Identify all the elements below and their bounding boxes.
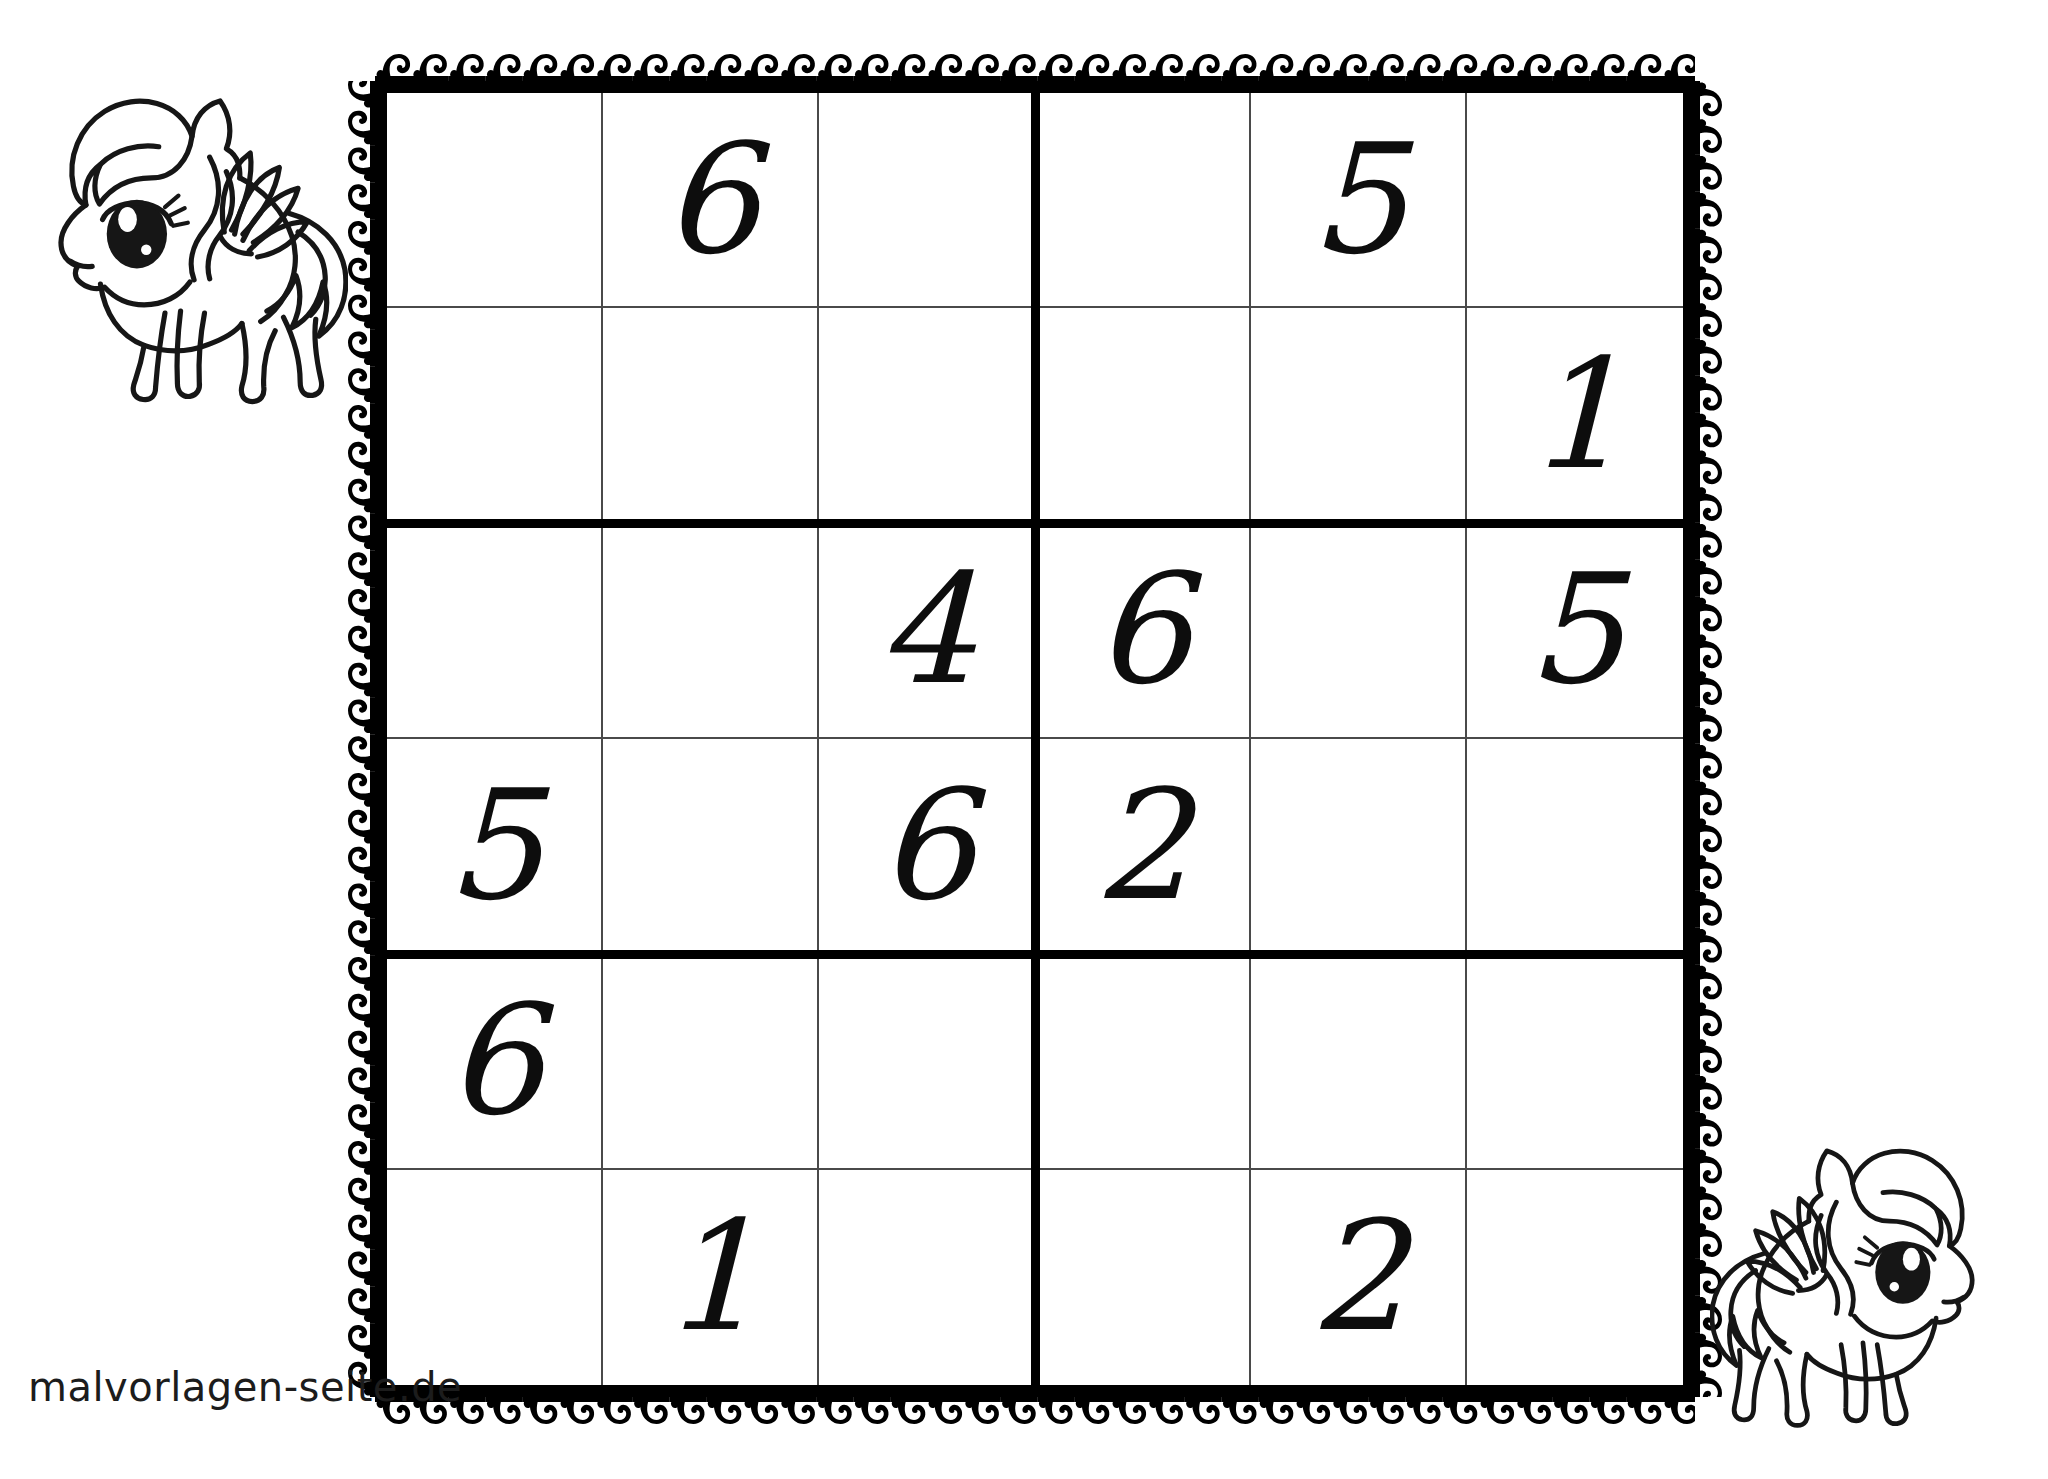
sudoku-cell-r1c4[interactable] (1035, 93, 1251, 308)
box-divider-horizontal-1 (387, 519, 1683, 528)
sudoku-board[interactable]: 651465562612 (387, 93, 1683, 1385)
sudoku-cell-r1c6[interactable] (1467, 93, 1683, 308)
sudoku-cell-r6c6[interactable] (1467, 1170, 1683, 1385)
sudoku-cell-r1c3[interactable] (819, 93, 1035, 308)
pony-top-left-illustration (36, 78, 348, 411)
sudoku-cell-r4c6[interactable] (1467, 739, 1683, 954)
sudoku-cell-r4c5[interactable] (1251, 739, 1467, 954)
sudoku-cell-r5c4[interactable] (1035, 954, 1251, 1169)
sudoku-cell-r2c3[interactable] (819, 308, 1035, 523)
sudoku-cell-r4c4[interactable]: 2 (1035, 739, 1251, 954)
sudoku-cell-r6c1[interactable] (387, 1170, 603, 1385)
sudoku-cell-r6c3[interactable] (819, 1170, 1035, 1385)
box-divider-horizontal-2 (387, 950, 1683, 959)
sudoku-cell-r1c1[interactable] (387, 93, 603, 308)
sudoku-cell-r6c4[interactable] (1035, 1170, 1251, 1385)
sudoku-cell-r3c5[interactable] (1251, 524, 1467, 739)
coloring-page: 651465562612 malvorlagen-seite.de (0, 0, 2048, 1479)
site-watermark: malvorlagen-seite.de (28, 1364, 462, 1410)
sudoku-cell-r1c2[interactable]: 6 (603, 93, 819, 308)
sudoku-cell-r2c6[interactable]: 1 (1467, 308, 1683, 523)
sudoku-cell-r3c6[interactable]: 5 (1467, 524, 1683, 739)
sudoku-cell-r5c5[interactable] (1251, 954, 1467, 1169)
sudoku-cell-r4c3[interactable]: 6 (819, 739, 1035, 954)
sudoku-cell-r5c2[interactable] (603, 954, 819, 1169)
pony-bottom-right-illustration (1710, 1130, 1995, 1434)
sudoku-cell-r5c3[interactable] (819, 954, 1035, 1169)
sudoku-cell-r2c5[interactable] (1251, 308, 1467, 523)
sudoku-cell-r3c4[interactable]: 6 (1035, 524, 1251, 739)
sudoku-cell-r3c2[interactable] (603, 524, 819, 739)
frame-ornament-top (375, 47, 1695, 81)
sudoku-cell-r6c5[interactable]: 2 (1251, 1170, 1467, 1385)
sudoku-cell-r4c1[interactable]: 5 (387, 739, 603, 954)
sudoku-cell-r3c3[interactable]: 4 (819, 524, 1035, 739)
sudoku-cell-r5c1[interactable]: 6 (387, 954, 603, 1169)
sudoku-cell-r6c2[interactable]: 1 (603, 1170, 819, 1385)
box-divider-vertical (1031, 93, 1040, 1385)
sudoku-cell-r3c1[interactable] (387, 524, 603, 739)
frame-ornament-bottom (375, 1397, 1695, 1431)
sudoku-cell-r4c2[interactable] (603, 739, 819, 954)
sudoku-cell-r5c6[interactable] (1467, 954, 1683, 1169)
sudoku-cell-r2c4[interactable] (1035, 308, 1251, 523)
sudoku-cell-r2c1[interactable] (387, 308, 603, 523)
sudoku-cell-r2c2[interactable] (603, 308, 819, 523)
sudoku-cell-r1c5[interactable]: 5 (1251, 93, 1467, 308)
sudoku-frame: 651465562612 (375, 81, 1695, 1397)
